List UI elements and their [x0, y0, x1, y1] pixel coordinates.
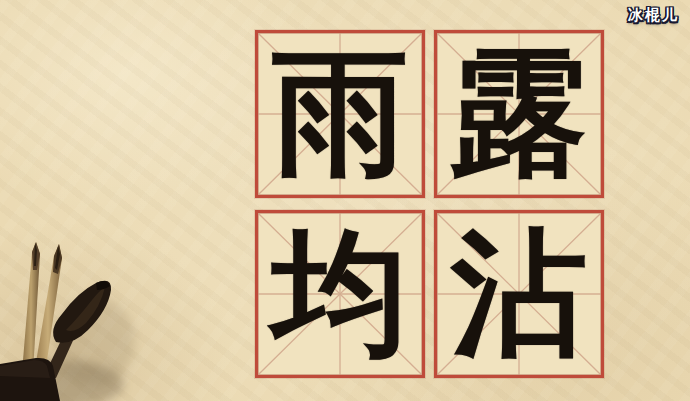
watermark-text: 冰棍儿: [628, 6, 679, 25]
calligraphy-char: 沾: [451, 224, 587, 360]
grid-cell-yu: 雨: [255, 30, 425, 198]
calligraphy-char: 均: [272, 224, 408, 360]
grid-cell-jun: 均: [255, 210, 425, 378]
calligraphy-char: 雨: [272, 44, 408, 180]
grid-cell-lu: 露: [434, 30, 604, 198]
calligraphy-char: 露: [451, 44, 587, 180]
grid-cell-zhan: 沾: [434, 210, 604, 378]
ink-brushes-illustration: [0, 226, 160, 401]
calligraphy-grid: 雨 露 均: [255, 30, 604, 378]
calligraphy-scene: 冰棍儿 雨 露: [0, 0, 690, 401]
